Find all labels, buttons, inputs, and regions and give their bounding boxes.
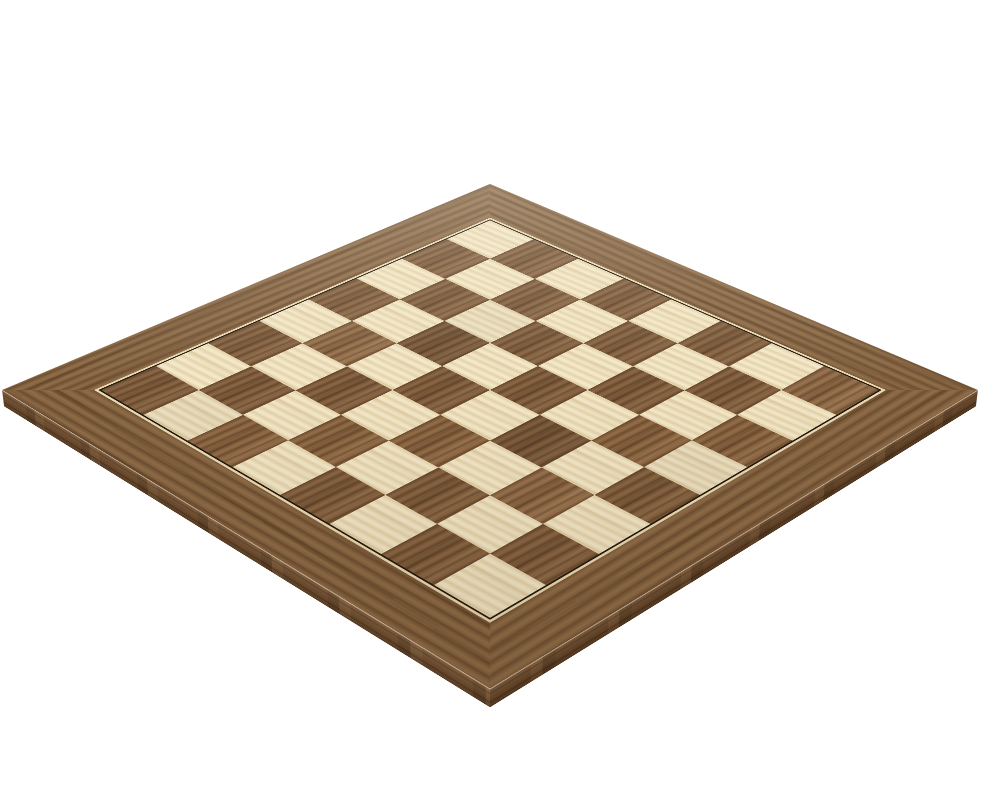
- chess-board: [2, 184, 978, 689]
- product-photo-background: [0, 0, 1000, 800]
- square-h7[interactable]: [738, 390, 837, 440]
- square-e3[interactable]: [389, 415, 490, 467]
- square-h1[interactable]: [434, 554, 546, 618]
- square-f2[interactable]: [385, 467, 490, 524]
- frame-inlay-maple-line: [94, 218, 886, 623]
- square-b1[interactable]: [143, 390, 242, 440]
- square-e2[interactable]: [336, 440, 439, 494]
- square-d3[interactable]: [341, 390, 440, 440]
- square-f1[interactable]: [329, 495, 436, 554]
- square-g4[interactable]: [541, 440, 644, 494]
- square-c1[interactable]: [187, 415, 288, 467]
- square-h2[interactable]: [490, 524, 599, 585]
- square-h3[interactable]: [544, 495, 651, 554]
- square-g1[interactable]: [381, 524, 490, 585]
- frame-inlay-ebony-line: [98, 219, 881, 619]
- square-e1[interactable]: [280, 467, 385, 524]
- square-e4[interactable]: [440, 390, 539, 440]
- square-h6[interactable]: [692, 415, 793, 467]
- playing-field: [101, 220, 879, 617]
- square-g3[interactable]: [490, 467, 595, 524]
- square-d1[interactable]: [233, 440, 336, 494]
- square-f5[interactable]: [540, 390, 639, 440]
- square-h4[interactable]: [595, 467, 700, 524]
- square-f4[interactable]: [490, 415, 591, 467]
- square-g2[interactable]: [436, 495, 543, 554]
- square-h5[interactable]: [644, 440, 747, 494]
- square-d2[interactable]: [288, 415, 389, 467]
- square-c2[interactable]: [242, 390, 341, 440]
- square-f3[interactable]: [439, 440, 542, 494]
- square-g6[interactable]: [639, 390, 738, 440]
- board-top-face: [2, 184, 978, 689]
- square-g5[interactable]: [591, 415, 692, 467]
